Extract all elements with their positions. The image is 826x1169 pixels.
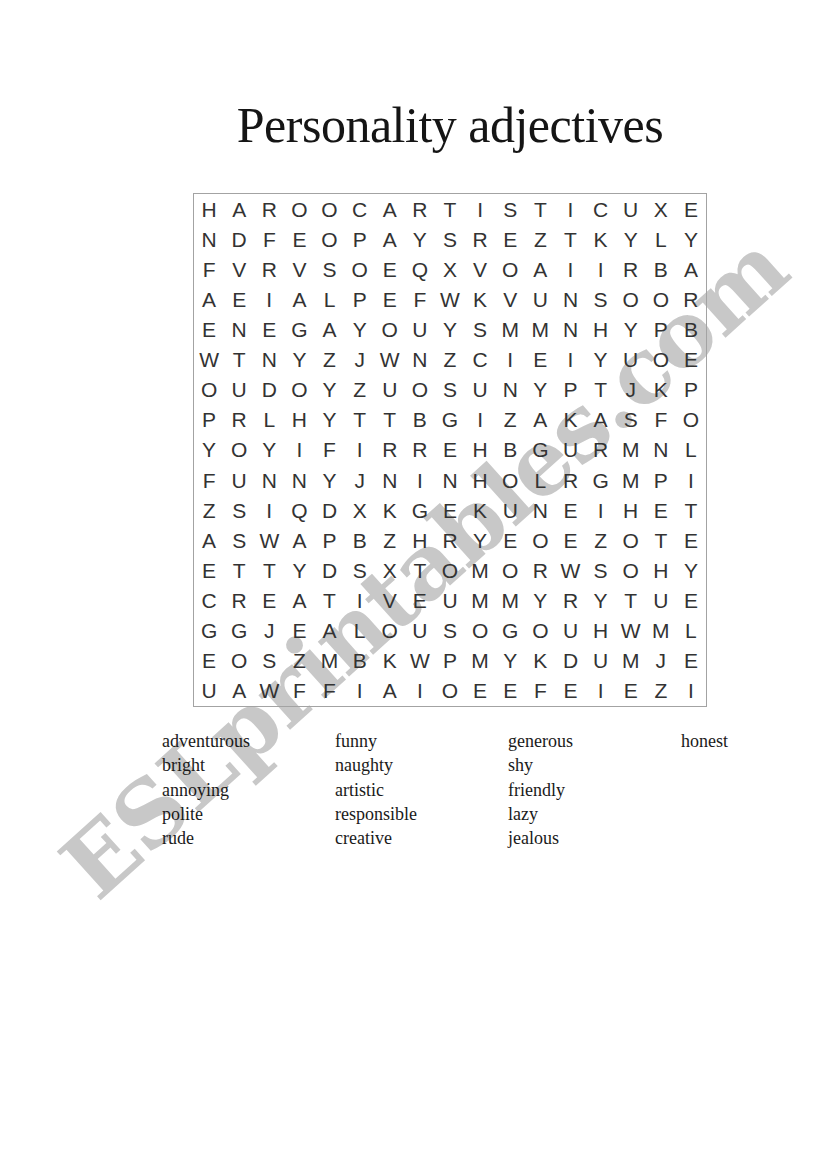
grid-cell-r5c6[interactable]: Y xyxy=(345,314,375,344)
grid-cell-r7c11[interactable]: N xyxy=(495,375,525,405)
grid-cell-r13c10[interactable]: M xyxy=(465,555,495,585)
word-shy: shy xyxy=(508,753,681,777)
grid-cell-r5c9[interactable]: Y xyxy=(435,314,465,344)
grid-cell-r6c8[interactable]: N xyxy=(405,345,435,375)
grid-cell-r16c3[interactable]: S xyxy=(254,646,284,676)
grid-cell-r11c15[interactable]: H xyxy=(616,495,646,525)
grid-cell-r10c6[interactable]: J xyxy=(345,465,375,495)
grid-cell-r5c5[interactable]: A xyxy=(314,314,344,344)
grid-cell-r8c5[interactable]: Y xyxy=(314,405,344,435)
grid-cell-r16c8[interactable]: W xyxy=(405,646,435,676)
grid-cell-r16c10[interactable]: M xyxy=(465,646,495,676)
grid-cell-r11c10[interactable]: K xyxy=(465,495,495,525)
grid-cell-r7c3[interactable]: D xyxy=(254,375,284,405)
grid-cell-r2c8[interactable]: Y xyxy=(405,224,435,254)
grid-cell-r15c2[interactable]: G xyxy=(224,616,254,646)
grid-cell-r4c17[interactable]: R xyxy=(676,284,706,314)
grid-cell-r14c15[interactable]: T xyxy=(616,586,646,616)
word-naughty: naughty xyxy=(335,753,508,777)
grid-cell-r10c5[interactable]: Y xyxy=(314,465,344,495)
grid-cell-r3c15[interactable]: R xyxy=(616,254,646,284)
grid-cell-r3c16[interactable]: B xyxy=(646,254,676,284)
grid-cell-r7c8[interactable]: O xyxy=(405,375,435,405)
grid-cell-r17c16[interactable]: Z xyxy=(646,676,676,706)
grid-cell-r3c3[interactable]: R xyxy=(254,254,284,284)
grid-cell-r13c12[interactable]: R xyxy=(525,555,555,585)
grid-cell-r8c15[interactable]: S xyxy=(616,405,646,435)
grid-cell-r17c11[interactable]: E xyxy=(495,676,525,706)
grid-cell-r10c3[interactable]: N xyxy=(254,465,284,495)
grid-cell-r5c12[interactable]: M xyxy=(525,314,555,344)
grid-cell-r11c3[interactable]: I xyxy=(254,495,284,525)
grid-cell-r15c17[interactable]: L xyxy=(676,616,706,646)
grid-cell-r7c6[interactable]: Z xyxy=(345,375,375,405)
grid-cell-r2c5[interactable]: O xyxy=(314,224,344,254)
grid-cell-r6c11[interactable]: I xyxy=(495,345,525,375)
grid-cell-r6c1[interactable]: W xyxy=(194,345,224,375)
grid-cell-r5c10[interactable]: S xyxy=(465,314,495,344)
grid-cell-r8c12[interactable]: A xyxy=(525,405,555,435)
grid-cell-r6c10[interactable]: C xyxy=(465,345,495,375)
grid-cell-r1c12[interactable]: T xyxy=(525,194,555,224)
grid-cell-r2c16[interactable]: L xyxy=(646,224,676,254)
grid-cell-r17c13[interactable]: E xyxy=(555,676,585,706)
grid-cell-r9c17[interactable]: L xyxy=(676,435,706,465)
grid-cell-r10c13[interactable]: R xyxy=(555,465,585,495)
grid-cell-r6c14[interactable]: Y xyxy=(586,345,616,375)
grid-cell-r5c2[interactable]: N xyxy=(224,314,254,344)
grid-cell-r13c8[interactable]: T xyxy=(405,555,435,585)
grid-cell-r15c13[interactable]: U xyxy=(555,616,585,646)
grid-cell-r12c16[interactable]: T xyxy=(646,525,676,555)
grid-cell-r1c13[interactable]: I xyxy=(555,194,585,224)
grid-cell-r1c1[interactable]: H xyxy=(194,194,224,224)
grid-cell-r16c13[interactable]: D xyxy=(555,646,585,676)
grid-cell-r3c6[interactable]: O xyxy=(345,254,375,284)
grid-cell-r8c8[interactable]: B xyxy=(405,405,435,435)
grid-cell-r7c9[interactable]: S xyxy=(435,375,465,405)
grid-cell-r16c17[interactable]: E xyxy=(676,646,706,676)
grid-cell-r9c8[interactable]: R xyxy=(405,435,435,465)
grid-cell-r14c16[interactable]: U xyxy=(646,586,676,616)
grid-cell-r4c11[interactable]: V xyxy=(495,284,525,314)
grid-cell-r17c14[interactable]: I xyxy=(586,676,616,706)
grid-cell-r1c3[interactable]: R xyxy=(254,194,284,224)
grid-cell-r4c10[interactable]: K xyxy=(465,284,495,314)
grid-cell-r15c5[interactable]: A xyxy=(314,616,344,646)
grid-cell-r9c3[interactable]: Y xyxy=(254,435,284,465)
grid-cell-r15c4[interactable]: E xyxy=(284,616,314,646)
grid-cell-r2c9[interactable]: S xyxy=(435,224,465,254)
grid-cell-r13c3[interactable]: T xyxy=(254,555,284,585)
word-polite: polite xyxy=(162,802,335,826)
grid-cell-r3c11[interactable]: O xyxy=(495,254,525,284)
grid-cell-r17c10[interactable]: E xyxy=(465,676,495,706)
grid-cell-r14c14[interactable]: Y xyxy=(586,586,616,616)
grid-cell-r5c4[interactable]: G xyxy=(284,314,314,344)
grid-cell-r9c14[interactable]: R xyxy=(586,435,616,465)
grid-cell-r6c2[interactable]: T xyxy=(224,345,254,375)
grid-cell-r4c3[interactable]: I xyxy=(254,284,284,314)
grid-cell-r4c8[interactable]: F xyxy=(405,284,435,314)
grid-cell-r11c6[interactable]: X xyxy=(345,495,375,525)
grid-cell-r7c13[interactable]: P xyxy=(555,375,585,405)
grid-cell-r6c13[interactable]: I xyxy=(555,345,585,375)
grid-cell-r7c10[interactable]: U xyxy=(465,375,495,405)
grid-cell-r14c4[interactable]: A xyxy=(284,586,314,616)
grid-cell-r16c9[interactable]: P xyxy=(435,646,465,676)
grid-cell-r17c5[interactable]: F xyxy=(314,676,344,706)
grid-cell-r2c7[interactable]: A xyxy=(375,224,405,254)
grid-cell-r15c16[interactable]: M xyxy=(646,616,676,646)
grid-cell-r5c13[interactable]: N xyxy=(555,314,585,344)
grid-cell-r10c12[interactable]: L xyxy=(525,465,555,495)
grid-cell-r3c10[interactable]: V xyxy=(465,254,495,284)
grid-cell-r14c3[interactable]: E xyxy=(254,586,284,616)
grid-cell-r10c15[interactable]: M xyxy=(616,465,646,495)
grid-cell-r13c2[interactable]: T xyxy=(224,555,254,585)
grid-cell-r8c4[interactable]: H xyxy=(284,405,314,435)
grid-cell-r12c4[interactable]: A xyxy=(284,525,314,555)
grid-cell-r7c15[interactable]: J xyxy=(616,375,646,405)
page-title: Personality adjectives xyxy=(237,100,663,150)
grid-cell-r12c7[interactable]: Z xyxy=(375,525,405,555)
grid-cell-r11c1[interactable]: Z xyxy=(194,495,224,525)
grid-cell-r16c14[interactable]: U xyxy=(586,646,616,676)
grid-cell-r13c17[interactable]: Y xyxy=(676,555,706,585)
grid-cell-r10c16[interactable]: P xyxy=(646,465,676,495)
grid-cell-r12c12[interactable]: O xyxy=(525,525,555,555)
grid-cell-r8c16[interactable]: F xyxy=(646,405,676,435)
grid-cell-r11c5[interactable]: D xyxy=(314,495,344,525)
grid-cell-r10c4[interactable]: N xyxy=(284,465,314,495)
grid-cell-r4c7[interactable]: E xyxy=(375,284,405,314)
grid-cell-r3c9[interactable]: X xyxy=(435,254,465,284)
grid-cell-r12c10[interactable]: Y xyxy=(465,525,495,555)
grid-cell-r1c16[interactable]: X xyxy=(646,194,676,224)
grid-cell-r16c2[interactable]: O xyxy=(224,646,254,676)
grid-cell-r12c15[interactable]: O xyxy=(616,525,646,555)
grid-cell-r2c1[interactable]: N xyxy=(194,224,224,254)
grid-cell-r9c16[interactable]: N xyxy=(646,435,676,465)
grid-cell-r2c3[interactable]: F xyxy=(254,224,284,254)
grid-cell-r10c17[interactable]: I xyxy=(676,465,706,495)
grid-cell-r13c1[interactable]: E xyxy=(194,555,224,585)
grid-cell-r16c16[interactable]: J xyxy=(646,646,676,676)
grid-cell-r4c12[interactable]: U xyxy=(525,284,555,314)
word-list: adventurousbrightannoyingpoliterudefunny… xyxy=(162,729,802,850)
grid-cell-r9c13[interactable]: U xyxy=(555,435,585,465)
grid-cell-r11c13[interactable]: E xyxy=(555,495,585,525)
grid-cell-r10c11[interactable]: O xyxy=(495,465,525,495)
grid-cell-r3c2[interactable]: V xyxy=(224,254,254,284)
grid-cell-r7c14[interactable]: T xyxy=(586,375,616,405)
grid-cell-r17c12[interactable]: F xyxy=(525,676,555,706)
grid-cell-r3c8[interactable]: Q xyxy=(405,254,435,284)
grid-cell-r17c15[interactable]: E xyxy=(616,676,646,706)
grid-cell-r15c14[interactable]: H xyxy=(586,616,616,646)
grid-cell-r13c16[interactable]: H xyxy=(646,555,676,585)
grid-cell-r6c4[interactable]: Y xyxy=(284,345,314,375)
grid-cell-r6c12[interactable]: E xyxy=(525,345,555,375)
grid-cell-r4c16[interactable]: O xyxy=(646,284,676,314)
grid-cell-r5c16[interactable]: P xyxy=(646,314,676,344)
word-creative: creative xyxy=(335,826,508,850)
grid-cell-r13c15[interactable]: O xyxy=(616,555,646,585)
grid-cell-r16c7[interactable]: K xyxy=(375,646,405,676)
grid-cell-r9c11[interactable]: B xyxy=(495,435,525,465)
grid-cell-r15c7[interactable]: O xyxy=(375,616,405,646)
grid-cell-r4c5[interactable]: L xyxy=(314,284,344,314)
grid-cell-r17c8[interactable]: I xyxy=(405,676,435,706)
grid-cell-r2c6[interactable]: P xyxy=(345,224,375,254)
grid-cell-r2c10[interactable]: R xyxy=(465,224,495,254)
grid-cell-r2c4[interactable]: E xyxy=(284,224,314,254)
grid-cell-r17c2[interactable]: A xyxy=(224,676,254,706)
grid-cell-r3c12[interactable]: A xyxy=(525,254,555,284)
grid-cell-r12c17[interactable]: E xyxy=(676,525,706,555)
grid-cell-r13c13[interactable]: W xyxy=(555,555,585,585)
grid-cell-r10c8[interactable]: I xyxy=(405,465,435,495)
grid-cell-r1c8[interactable]: R xyxy=(405,194,435,224)
grid-cell-r13c11[interactable]: O xyxy=(495,555,525,585)
grid-cell-r12c2[interactable]: S xyxy=(224,525,254,555)
grid-cell-r12c8[interactable]: H xyxy=(405,525,435,555)
grid-cell-r5c17[interactable]: B xyxy=(676,314,706,344)
grid-cell-r5c3[interactable]: E xyxy=(254,314,284,344)
grid-cell-r14c10[interactable]: M xyxy=(465,586,495,616)
grid-cell-r7c1[interactable]: O xyxy=(194,375,224,405)
word-adventurous: adventurous xyxy=(162,729,335,753)
grid-cell-r6c15[interactable]: U xyxy=(616,345,646,375)
grid-cell-r8c17[interactable]: O xyxy=(676,405,706,435)
grid-cell-r2c13[interactable]: T xyxy=(555,224,585,254)
grid-cell-r11c14[interactable]: I xyxy=(586,495,616,525)
grid-cell-r7c4[interactable]: O xyxy=(284,375,314,405)
grid-cell-r15c3[interactable]: J xyxy=(254,616,284,646)
grid-cell-r16c15[interactable]: M xyxy=(616,646,646,676)
grid-cell-r10c10[interactable]: H xyxy=(465,465,495,495)
grid-cell-r12c9[interactable]: R xyxy=(435,525,465,555)
grid-cell-r2c2[interactable]: D xyxy=(224,224,254,254)
grid-cell-r10c1[interactable]: F xyxy=(194,465,224,495)
grid-cell-r10c2[interactable]: U xyxy=(224,465,254,495)
grid-cell-r9c15[interactable]: M xyxy=(616,435,646,465)
grid-cell-r17c3[interactable]: W xyxy=(254,676,284,706)
grid-cell-r3c17[interactable]: A xyxy=(676,254,706,284)
grid-cell-r12c3[interactable]: W xyxy=(254,525,284,555)
grid-cell-r14c2[interactable]: R xyxy=(224,586,254,616)
grid-cell-r2c14[interactable]: K xyxy=(586,224,616,254)
grid-cell-r6c5[interactable]: Z xyxy=(314,345,344,375)
grid-cell-r8c11[interactable]: Z xyxy=(495,405,525,435)
grid-cell-r15c1[interactable]: G xyxy=(194,616,224,646)
word-bright: bright xyxy=(162,753,335,777)
grid-cell-r4c14[interactable]: S xyxy=(586,284,616,314)
grid-cell-r5c11[interactable]: M xyxy=(495,314,525,344)
grid-cell-r10c7[interactable]: N xyxy=(375,465,405,495)
grid-cell-r14c13[interactable]: R xyxy=(555,586,585,616)
grid-cell-r3c13[interactable]: I xyxy=(555,254,585,284)
grid-cell-r13c4[interactable]: Y xyxy=(284,555,314,585)
grid-cell-r13c9[interactable]: O xyxy=(435,555,465,585)
grid-cell-r3c14[interactable]: I xyxy=(586,254,616,284)
grid-cell-r6c6[interactable]: J xyxy=(345,345,375,375)
grid-cell-r9c4[interactable]: I xyxy=(284,435,314,465)
grid-cell-r16c11[interactable]: Y xyxy=(495,646,525,676)
grid-cell-r11c4[interactable]: Q xyxy=(284,495,314,525)
grid-cell-r4c9[interactable]: W xyxy=(435,284,465,314)
grid-cell-r4c6[interactable]: P xyxy=(345,284,375,314)
grid-cell-r4c1[interactable]: A xyxy=(194,284,224,314)
grid-cell-r7c2[interactable]: U xyxy=(224,375,254,405)
grid-cell-r1c6[interactable]: C xyxy=(345,194,375,224)
grid-cell-r1c10[interactable]: I xyxy=(465,194,495,224)
grid-cell-r7c16[interactable]: K xyxy=(646,375,676,405)
grid-cell-r1c11[interactable]: S xyxy=(495,194,525,224)
grid-cell-r1c5[interactable]: O xyxy=(314,194,344,224)
grid-cell-r1c14[interactable]: C xyxy=(586,194,616,224)
grid-cell-r17c1[interactable]: U xyxy=(194,676,224,706)
grid-cell-r17c4[interactable]: F xyxy=(284,676,314,706)
grid-cell-r11c16[interactable]: E xyxy=(646,495,676,525)
grid-cell-r3c4[interactable]: V xyxy=(284,254,314,284)
grid-cell-r16c1[interactable]: E xyxy=(194,646,224,676)
grid-cell-r9c5[interactable]: F xyxy=(314,435,344,465)
grid-cell-r14c9[interactable]: U xyxy=(435,586,465,616)
grid-cell-r1c4[interactable]: O xyxy=(284,194,314,224)
word-generous: generous xyxy=(508,729,681,753)
grid-cell-r17c17[interactable]: I xyxy=(676,676,706,706)
grid-cell-r9c10[interactable]: H xyxy=(465,435,495,465)
grid-cell-r11c7[interactable]: K xyxy=(375,495,405,525)
grid-cell-r14c5[interactable]: T xyxy=(314,586,344,616)
grid-cell-r9c9[interactable]: E xyxy=(435,435,465,465)
grid-cell-r13c7[interactable]: X xyxy=(375,555,405,585)
grid-cell-r5c7[interactable]: O xyxy=(375,314,405,344)
grid-cell-r17c6[interactable]: I xyxy=(345,676,375,706)
grid-cell-r15c10[interactable]: O xyxy=(465,616,495,646)
grid-cell-r16c12[interactable]: K xyxy=(525,646,555,676)
grid-cell-r7c12[interactable]: Y xyxy=(525,375,555,405)
grid-cell-r8c3[interactable]: L xyxy=(254,405,284,435)
grid-cell-r15c15[interactable]: W xyxy=(616,616,646,646)
grid-cell-r7c17[interactable]: P xyxy=(676,375,706,405)
grid-cell-r3c5[interactable]: S xyxy=(314,254,344,284)
grid-cell-r8c14[interactable]: A xyxy=(586,405,616,435)
grid-cell-r4c13[interactable]: N xyxy=(555,284,585,314)
grid-cell-r6c7[interactable]: W xyxy=(375,345,405,375)
grid-cell-r3c7[interactable]: E xyxy=(375,254,405,284)
grid-cell-r1c9[interactable]: T xyxy=(435,194,465,224)
grid-cell-r8c6[interactable]: T xyxy=(345,405,375,435)
grid-cell-r8c10[interactable]: I xyxy=(465,405,495,435)
grid-cell-r6c17[interactable]: E xyxy=(676,345,706,375)
grid-cell-r12c13[interactable]: E xyxy=(555,525,585,555)
grid-cell-r12c11[interactable]: E xyxy=(495,525,525,555)
grid-cell-r4c15[interactable]: O xyxy=(616,284,646,314)
grid-cell-r12c5[interactable]: P xyxy=(314,525,344,555)
grid-cell-r5c15[interactable]: Y xyxy=(616,314,646,344)
grid-cell-r2c15[interactable]: Y xyxy=(616,224,646,254)
grid-cell-r15c6[interactable]: L xyxy=(345,616,375,646)
grid-cell-r6c3[interactable]: N xyxy=(254,345,284,375)
grid-cell-r9c6[interactable]: I xyxy=(345,435,375,465)
word-annoying: annoying xyxy=(162,778,335,802)
grid-cell-r14c1[interactable]: C xyxy=(194,586,224,616)
grid-cell-r3c1[interactable]: F xyxy=(194,254,224,284)
grid-cell-r11c17[interactable]: T xyxy=(676,495,706,525)
grid-cell-r2c12[interactable]: Z xyxy=(525,224,555,254)
grid-cell-r15c8[interactable]: U xyxy=(405,616,435,646)
grid-cell-r14c11[interactable]: M xyxy=(495,586,525,616)
grid-cell-r8c9[interactable]: G xyxy=(435,405,465,435)
grid-cell-r2c17[interactable]: Y xyxy=(676,224,706,254)
grid-cell-r2c11[interactable]: E xyxy=(495,224,525,254)
grid-cell-r5c1[interactable]: E xyxy=(194,314,224,344)
grid-cell-r1c2[interactable]: A xyxy=(224,194,254,224)
grid-cell-r15c9[interactable]: S xyxy=(435,616,465,646)
grid-cell-r8c2[interactable]: R xyxy=(224,405,254,435)
grid-cell-r17c9[interactable]: O xyxy=(435,676,465,706)
grid-cell-r15c12[interactable]: O xyxy=(525,616,555,646)
grid-cell-r8c1[interactable]: P xyxy=(194,405,224,435)
grid-cell-r12c14[interactable]: Z xyxy=(586,525,616,555)
word-rude: rude xyxy=(162,826,335,850)
grid-cell-r10c14[interactable]: G xyxy=(586,465,616,495)
grid-cell-r8c7[interactable]: T xyxy=(375,405,405,435)
grid-cell-r9c12[interactable]: G xyxy=(525,435,555,465)
grid-cell-r12c1[interactable]: A xyxy=(194,525,224,555)
grid-cell-r8c13[interactable]: K xyxy=(555,405,585,435)
grid-cell-r6c9[interactable]: Z xyxy=(435,345,465,375)
grid-cell-r7c7[interactable]: U xyxy=(375,375,405,405)
grid-cell-r14c6[interactable]: I xyxy=(345,586,375,616)
grid-cell-r9c7[interactable]: R xyxy=(375,435,405,465)
grid-cell-r16c5[interactable]: M xyxy=(314,646,344,676)
grid-cell-r6c16[interactable]: O xyxy=(646,345,676,375)
grid-cell-r12c6[interactable]: B xyxy=(345,525,375,555)
grid-cell-r11c9[interactable]: E xyxy=(435,495,465,525)
grid-cell-r14c17[interactable]: E xyxy=(676,586,706,616)
grid-cell-r14c7[interactable]: V xyxy=(375,586,405,616)
grid-cell-r15c11[interactable]: G xyxy=(495,616,525,646)
grid-cell-r16c4[interactable]: Z xyxy=(284,646,314,676)
grid-cell-r4c4[interactable]: A xyxy=(284,284,314,314)
grid-cell-r11c8[interactable]: G xyxy=(405,495,435,525)
grid-cell-r1c15[interactable]: U xyxy=(616,194,646,224)
grid-cell-r1c17[interactable]: E xyxy=(676,194,706,224)
grid-cell-r14c12[interactable]: Y xyxy=(525,586,555,616)
grid-cell-r4c2[interactable]: E xyxy=(224,284,254,314)
grid-cell-r11c2[interactable]: S xyxy=(224,495,254,525)
grid-cell-r17c7[interactable]: A xyxy=(375,676,405,706)
grid-cell-r11c11[interactable]: U xyxy=(495,495,525,525)
grid-cell-r13c6[interactable]: S xyxy=(345,555,375,585)
grid-cell-r1c7[interactable]: A xyxy=(375,194,405,224)
grid-cell-r16c6[interactable]: B xyxy=(345,646,375,676)
grid-cell-r5c8[interactable]: U xyxy=(405,314,435,344)
grid-cell-r10c9[interactable]: N xyxy=(435,465,465,495)
grid-cell-r14c8[interactable]: E xyxy=(405,586,435,616)
grid-cell-r11c12[interactable]: N xyxy=(525,495,555,525)
grid-cell-r13c5[interactable]: D xyxy=(314,555,344,585)
grid-cell-r9c1[interactable]: Y xyxy=(194,435,224,465)
grid-cell-r7c5[interactable]: Y xyxy=(314,375,344,405)
grid-cell-r9c2[interactable]: O xyxy=(224,435,254,465)
grid-cell-r5c14[interactable]: H xyxy=(586,314,616,344)
grid-cell-r13c14[interactable]: S xyxy=(586,555,616,585)
